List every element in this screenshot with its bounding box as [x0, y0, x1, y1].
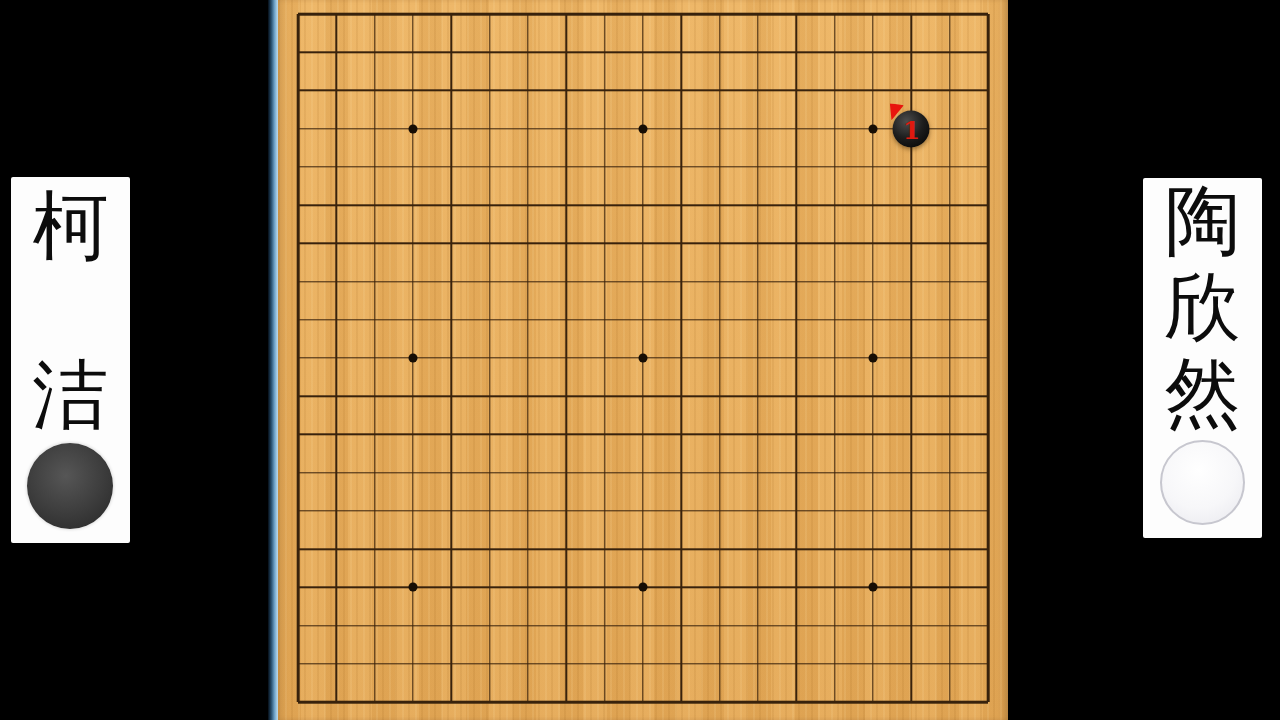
star-point	[869, 583, 878, 592]
grid-line-vertical	[719, 14, 720, 702]
grid-line-vertical	[796, 14, 797, 702]
grid-line-vertical	[834, 14, 835, 702]
black-player-name-char: 洁	[11, 356, 130, 434]
grid-line-vertical	[757, 14, 758, 702]
black-stone-badge	[27, 443, 113, 529]
grid-line-vertical	[987, 14, 990, 702]
grid-line-vertical	[681, 14, 682, 702]
grid-line-horizontal	[298, 434, 988, 435]
move-number-label: 1	[903, 117, 920, 142]
star-point	[409, 583, 418, 592]
grid-line-vertical	[949, 14, 950, 702]
white-player-name-char: 陶	[1143, 182, 1262, 260]
white-player-name-char: 然	[1143, 354, 1262, 432]
star-point	[409, 124, 418, 133]
white-player-name-char: 欣	[1143, 267, 1262, 345]
grid-line-horizontal	[298, 396, 988, 397]
star-point	[639, 124, 648, 133]
white-stone-badge	[1160, 440, 1245, 525]
grid-line-horizontal	[298, 663, 988, 664]
go-board-grid[interactable]: 1	[298, 14, 988, 702]
black-player-name-char: 柯	[11, 187, 130, 265]
grid-line-horizontal	[298, 548, 988, 549]
star-point	[639, 354, 648, 363]
star-point	[869, 354, 878, 363]
grid-line-horizontal	[298, 625, 988, 626]
grid-line-horizontal	[298, 472, 988, 473]
go-broadcast-stage: 1 柯 洁 陶 欣 然	[0, 0, 1280, 720]
player-card-black: 柯 洁	[11, 177, 130, 543]
stone-black-move-1: 1	[893, 110, 930, 147]
star-point	[869, 124, 878, 133]
star-point	[639, 583, 648, 592]
player-card-white: 陶 欣 然	[1143, 178, 1262, 538]
grid-line-horizontal	[298, 701, 988, 704]
grid-line-horizontal	[298, 510, 988, 511]
go-board[interactable]: 1	[278, 0, 1008, 720]
star-point	[409, 354, 418, 363]
